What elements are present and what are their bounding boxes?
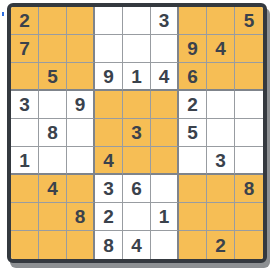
cell-r8c2[interactable]	[39, 203, 67, 231]
cell-r2c9[interactable]	[235, 35, 263, 63]
cell-r8c3[interactable]: 8	[67, 203, 95, 231]
cell-r7c3[interactable]	[67, 175, 95, 203]
cell-r7c2[interactable]: 4	[39, 175, 67, 203]
cell-r8c5[interactable]	[123, 203, 151, 231]
cell-r7c4[interactable]: 3	[95, 175, 123, 203]
cell-r2c7[interactable]: 9	[179, 35, 207, 63]
cell-r5c3[interactable]	[67, 119, 95, 147]
cell-r4c1[interactable]: 3	[11, 91, 39, 119]
cell-r6c3[interactable]	[67, 147, 95, 175]
cell-r5c5[interactable]: 3	[123, 119, 151, 147]
cell-r5c7[interactable]: 5	[179, 119, 207, 147]
cell-r5c2[interactable]: 8	[39, 119, 67, 147]
cell-r2c5[interactable]	[123, 35, 151, 63]
cell-r7c8[interactable]	[207, 175, 235, 203]
cell-r2c8[interactable]: 4	[207, 35, 235, 63]
cell-r8c7[interactable]	[179, 203, 207, 231]
cell-r2c2[interactable]	[39, 35, 67, 63]
cell-r2c3[interactable]	[67, 35, 95, 63]
cell-r1c3[interactable]	[67, 7, 95, 35]
cell-r3c7[interactable]: 6	[179, 63, 207, 91]
cell-r7c1[interactable]	[11, 175, 39, 203]
cell-r3c3[interactable]	[67, 63, 95, 91]
cell-r1c2[interactable]	[39, 7, 67, 35]
cell-r1c5[interactable]	[123, 7, 151, 35]
cell-r8c9[interactable]	[235, 203, 263, 231]
cell-r6c1[interactable]: 1	[11, 147, 39, 175]
cell-r5c6[interactable]	[151, 119, 179, 147]
cell-r4c6[interactable]	[151, 91, 179, 119]
cell-r4c4[interactable]	[95, 91, 123, 119]
cell-r3c8[interactable]	[207, 63, 235, 91]
cell-r1c1[interactable]: 2	[11, 7, 39, 35]
cell-r8c6[interactable]: 1	[151, 203, 179, 231]
cell-r6c7[interactable]	[179, 147, 207, 175]
cell-r9c8[interactable]: 2	[207, 231, 235, 259]
sudoku-grid: 235794591463928351434368821842	[11, 7, 263, 259]
cell-r7c6[interactable]	[151, 175, 179, 203]
sudoku-board: 235794591463928351434368821842	[7, 3, 267, 263]
cell-r2c4[interactable]	[95, 35, 123, 63]
cell-r6c2[interactable]	[39, 147, 67, 175]
cell-r3c4[interactable]: 9	[95, 63, 123, 91]
cell-r5c8[interactable]	[207, 119, 235, 147]
cell-r9c3[interactable]	[67, 231, 95, 259]
cell-r3c5[interactable]: 1	[123, 63, 151, 91]
cell-r5c9[interactable]	[235, 119, 263, 147]
cell-r7c5[interactable]: 6	[123, 175, 151, 203]
cell-r5c4[interactable]	[95, 119, 123, 147]
cell-r6c5[interactable]	[123, 147, 151, 175]
cell-r9c5[interactable]: 4	[123, 231, 151, 259]
cell-r4c5[interactable]	[123, 91, 151, 119]
cell-r6c9[interactable]	[235, 147, 263, 175]
cell-r9c1[interactable]	[11, 231, 39, 259]
cell-r3c1[interactable]	[11, 63, 39, 91]
cell-r5c1[interactable]	[11, 119, 39, 147]
cell-r2c6[interactable]	[151, 35, 179, 63]
cell-r6c4[interactable]: 4	[95, 147, 123, 175]
cell-r9c4[interactable]: 8	[95, 231, 123, 259]
cell-r1c6[interactable]: 3	[151, 7, 179, 35]
cell-r1c7[interactable]	[179, 7, 207, 35]
cell-r9c6[interactable]	[151, 231, 179, 259]
cell-r3c9[interactable]	[235, 63, 263, 91]
cell-r7c9[interactable]: 8	[235, 175, 263, 203]
cell-r4c7[interactable]: 2	[179, 91, 207, 119]
cell-r4c2[interactable]	[39, 91, 67, 119]
cell-r3c6[interactable]: 4	[151, 63, 179, 91]
cell-r4c8[interactable]	[207, 91, 235, 119]
cell-r9c2[interactable]	[39, 231, 67, 259]
cell-r2c1[interactable]: 7	[11, 35, 39, 63]
cell-r9c7[interactable]	[179, 231, 207, 259]
caret-artifact	[2, 12, 4, 16]
cell-r6c6[interactable]	[151, 147, 179, 175]
cell-r1c9[interactable]: 5	[235, 7, 263, 35]
cell-r8c4[interactable]: 2	[95, 203, 123, 231]
cell-r1c4[interactable]	[95, 7, 123, 35]
cell-r1c8[interactable]	[207, 7, 235, 35]
cell-r4c3[interactable]: 9	[67, 91, 95, 119]
cell-r4c9[interactable]	[235, 91, 263, 119]
cell-r3c2[interactable]: 5	[39, 63, 67, 91]
cell-r8c8[interactable]	[207, 203, 235, 231]
cell-r9c9[interactable]	[235, 231, 263, 259]
cell-r8c1[interactable]	[11, 203, 39, 231]
cell-r6c8[interactable]: 3	[207, 147, 235, 175]
cell-r7c7[interactable]	[179, 175, 207, 203]
